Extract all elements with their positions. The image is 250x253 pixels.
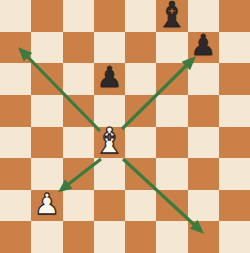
square-a8 bbox=[0, 0, 31, 32]
square-a6 bbox=[0, 63, 31, 95]
square-b5 bbox=[31, 95, 62, 127]
square-h7 bbox=[219, 32, 250, 64]
piece-black-bishop-f8: ♝ bbox=[156, 0, 188, 32]
square-c8 bbox=[63, 0, 94, 32]
square-d1 bbox=[94, 221, 125, 253]
square-b1 bbox=[31, 221, 62, 253]
square-g8 bbox=[188, 0, 219, 32]
square-c5 bbox=[63, 95, 94, 127]
square-b7 bbox=[31, 32, 62, 64]
square-e2 bbox=[125, 190, 156, 222]
square-g4 bbox=[188, 127, 219, 159]
square-f7 bbox=[156, 32, 187, 64]
square-b8 bbox=[31, 0, 62, 32]
square-d7 bbox=[94, 32, 125, 64]
square-h6 bbox=[219, 63, 250, 95]
square-d3 bbox=[94, 158, 125, 190]
square-h4 bbox=[219, 127, 250, 159]
square-f5 bbox=[156, 95, 187, 127]
square-f4 bbox=[156, 127, 187, 159]
square-d2 bbox=[94, 190, 125, 222]
square-g3 bbox=[188, 158, 219, 190]
chess-board: ♝♟♟♝♟ bbox=[0, 0, 250, 253]
square-f2 bbox=[156, 190, 187, 222]
square-b3 bbox=[31, 158, 62, 190]
square-e6 bbox=[125, 63, 156, 95]
square-c2 bbox=[63, 190, 94, 222]
square-f6 bbox=[156, 63, 187, 95]
square-a4 bbox=[0, 127, 31, 159]
square-g1 bbox=[188, 221, 219, 253]
square-g6 bbox=[188, 63, 219, 95]
square-e1 bbox=[125, 221, 156, 253]
square-h8 bbox=[219, 0, 250, 32]
square-a2 bbox=[0, 190, 31, 222]
square-b6 bbox=[31, 63, 62, 95]
piece-white-pawn-b2: ♟ bbox=[34, 190, 60, 219]
square-a5 bbox=[0, 95, 31, 127]
square-h2 bbox=[219, 190, 250, 222]
piece-white-bishop-d4: ♝ bbox=[93, 123, 125, 159]
square-a1 bbox=[0, 221, 31, 253]
square-a3 bbox=[0, 158, 31, 190]
square-e8 bbox=[125, 0, 156, 32]
square-h5 bbox=[219, 95, 250, 127]
square-e5 bbox=[125, 95, 156, 127]
square-f1 bbox=[156, 221, 187, 253]
square-d8 bbox=[94, 0, 125, 32]
square-g2 bbox=[188, 190, 219, 222]
square-g5 bbox=[188, 95, 219, 127]
square-c1 bbox=[63, 221, 94, 253]
piece-black-pawn-g7: ♟ bbox=[190, 32, 216, 61]
square-c6 bbox=[63, 63, 94, 95]
square-e3 bbox=[125, 158, 156, 190]
piece-black-pawn-d6: ♟ bbox=[96, 63, 122, 92]
square-e4 bbox=[125, 127, 156, 159]
square-c3 bbox=[63, 158, 94, 190]
square-h3 bbox=[219, 158, 250, 190]
square-c4 bbox=[63, 127, 94, 159]
square-f3 bbox=[156, 158, 187, 190]
square-b4 bbox=[31, 127, 62, 159]
square-e7 bbox=[125, 32, 156, 64]
square-h1 bbox=[219, 221, 250, 253]
square-c7 bbox=[63, 32, 94, 64]
square-a7 bbox=[0, 32, 31, 64]
